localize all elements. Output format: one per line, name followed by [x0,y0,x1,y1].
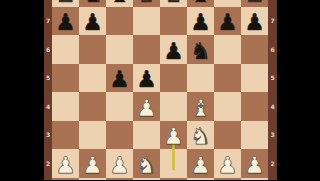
video-frame: 87654321 87654321 ♜♞♝♛♚♝♜♟♟♟♟♟♟♞♟♟♟♝♟♞♟♟… [0,0,320,180]
piece-white-pawn-b2[interactable]: ♟ [79,151,106,180]
piece-black-pawn-b7[interactable]: ♟ [79,9,106,38]
piece-black-pawn-f7[interactable]: ♟ [187,9,214,38]
piece-black-pawn-g7[interactable]: ♟ [214,9,241,38]
piece-white-bishop-f1[interactable]: ♝ [187,180,214,181]
piece-black-pawn-e6[interactable]: ♟ [160,37,187,66]
rank-label-left-6: 6 [44,35,52,64]
rank-label-left-7: 7 [44,7,52,36]
rank-label-left-3: 3 [44,121,52,150]
piece-black-queen-d8[interactable]: ♛ [133,0,160,9]
piece-white-queen-d1[interactable]: ♛ [133,180,160,181]
piece-black-rook-h8[interactable]: ♜ [241,0,268,9]
piece-black-knight-b8[interactable]: ♞ [79,0,106,9]
piece-black-bishop-f8[interactable]: ♝ [187,0,214,9]
piece-black-rook-a8[interactable]: ♜ [52,0,79,9]
piece-white-pawn-e3[interactable]: ♟ [160,123,187,152]
rank-label-left-1: 1 [44,178,52,181]
piece-white-pawn-c2[interactable]: ♟ [106,151,133,180]
piece-black-pawn-c5[interactable]: ♟ [106,66,133,95]
piece-white-pawn-a2[interactable]: ♟ [52,151,79,180]
rank-label-right-5: 5 [268,64,277,93]
rank-label-right-1: 1 [268,178,277,181]
piece-white-knight-d2[interactable]: ♞ [133,151,160,180]
board-frame-right: 87654321 [268,0,277,180]
rank-label-left-2: 2 [44,149,52,178]
piece-black-knight-f6[interactable]: ♞ [187,37,214,66]
rank-label-right-3: 3 [268,121,277,150]
rank-label-left-4: 4 [44,92,52,121]
piece-black-pawn-d5[interactable]: ♟ [133,66,160,95]
piece-white-pawn-h2[interactable]: ♟ [241,151,268,180]
rank-label-right-7: 7 [268,7,277,36]
piece-white-king-e1[interactable]: ♚ [160,180,187,181]
rank-label-right-6: 6 [268,35,277,64]
piece-black-pawn-a7[interactable]: ♟ [52,9,79,38]
piece-white-pawn-g2[interactable]: ♟ [214,151,241,180]
piece-white-knight-f3[interactable]: ♞ [187,123,214,152]
rank-label-left-5: 5 [44,64,52,93]
piece-white-rook-h1[interactable]: ♜ [241,180,268,181]
rank-label-right-2: 2 [268,149,277,178]
rank-label-right-4: 4 [268,92,277,121]
piece-black-pawn-h7[interactable]: ♟ [241,9,268,38]
piece-black-king-e8[interactable]: ♚ [160,0,187,9]
pieces-layer: ♜♞♝♛♚♝♜♟♟♟♟♟♟♞♟♟♟♝♟♞♟♟♟♞♟♟♟♜♛♚♝♜ [52,0,268,180]
piece-white-rook-a1[interactable]: ♜ [52,180,79,181]
piece-white-pawn-f2[interactable]: ♟ [187,151,214,180]
piece-white-pawn-d4[interactable]: ♟ [133,94,160,123]
board-frame-left: 87654321 [44,0,52,180]
piece-white-bishop-f4[interactable]: ♝ [187,94,214,123]
piece-black-bishop-c8[interactable]: ♝ [106,0,133,9]
